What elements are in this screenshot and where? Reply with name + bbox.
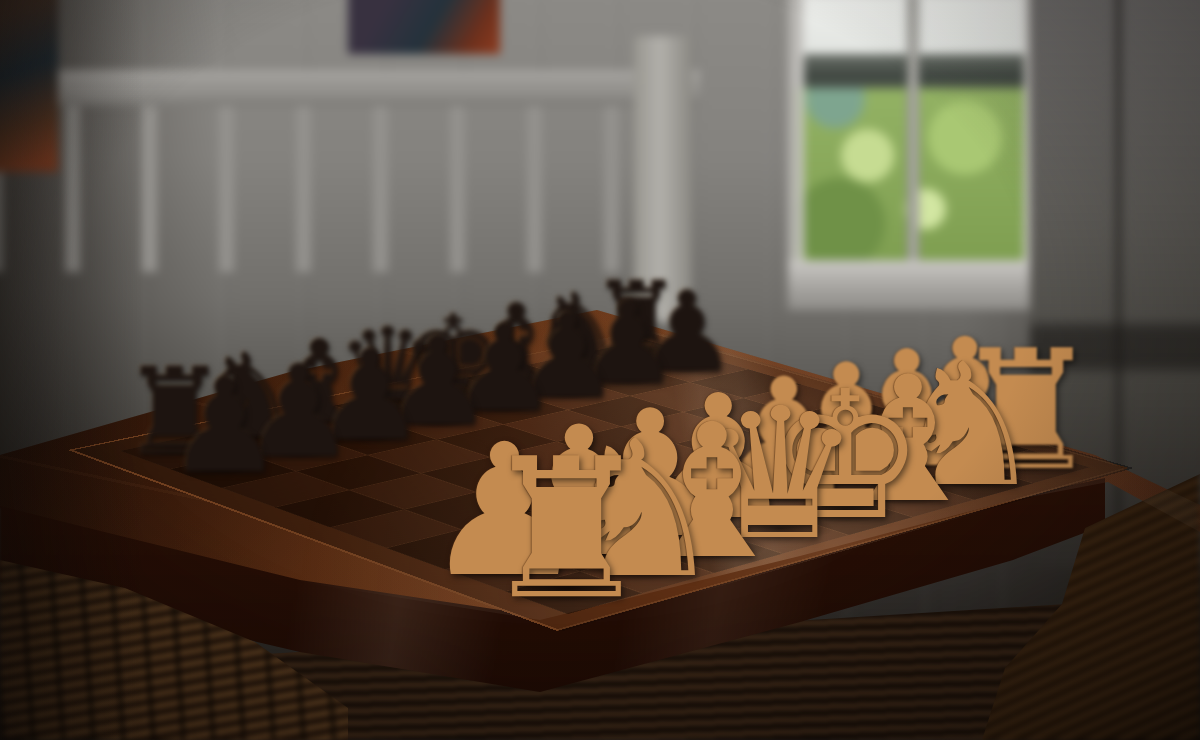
window-sill: [788, 260, 1040, 310]
window: [788, 0, 1040, 310]
railing-handrail: [0, 70, 700, 106]
photo-scene: ♜♞♝♛♚♝♞♜♟♟♟♟♟♟♟♟♟♟♟♟♟♟♟♟♜♞♝♛♚♝♞♜: [0, 0, 1200, 740]
picture-frame-middle: [348, 0, 500, 54]
railing-balusters: [0, 106, 688, 272]
picture-frame-left: [0, 0, 58, 172]
window-inner-frame: [798, 0, 1030, 266]
wall-post: [634, 36, 692, 322]
